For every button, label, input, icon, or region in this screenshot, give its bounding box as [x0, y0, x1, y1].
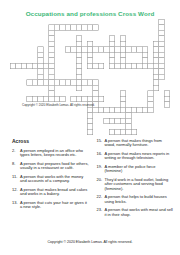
- clues-column-right: 15.A person that makes things from wood,…: [97, 138, 174, 221]
- clue-item: 13.A person that cuts your hair or gives…: [12, 200, 89, 209]
- clue-item: 19.A member of the police force (feminin…: [97, 164, 174, 173]
- clues-list-right: 15.A person that makes things from wood,…: [97, 138, 174, 217]
- clue-item: 23.A person that works with meat and sel…: [97, 208, 174, 217]
- grid-copyright-text: Copyright © 2020 Elizabeth Lomas. All ri…: [22, 104, 95, 107]
- grid-cell[interactable]: [60, 96, 66, 102]
- clue-number: 2.: [12, 148, 20, 157]
- clue-item: 11.A person that works with the money an…: [12, 174, 89, 183]
- clue-text: A person that helps to build houses usin…: [105, 195, 174, 204]
- clue-item: 22.A person that helps to build houses u…: [97, 195, 174, 204]
- clue-text: A person that prepares food for others, …: [20, 161, 89, 170]
- clue-number: 13.: [12, 200, 20, 209]
- clue-number: 12.: [12, 187, 20, 196]
- clue-item: 12.A person that makes bread and cakes a…: [12, 187, 89, 196]
- grid-cell[interactable]: [159, 74, 165, 80]
- grid-cell[interactable]: [98, 63, 104, 69]
- clue-item: 20.They'd work in a food outlet, looking…: [97, 177, 174, 191]
- clue-item: 2.A person employed in an office who typ…: [12, 148, 89, 157]
- clue-number: 15.: [97, 138, 105, 147]
- grid-cell[interactable]: [153, 85, 159, 91]
- clue-number: 23.: [97, 208, 105, 217]
- clue-number: 11.: [12, 174, 20, 183]
- page-title: Occupations and professions Cross Word: [0, 11, 180, 18]
- clue-number: 8.: [12, 161, 20, 170]
- clue-text: They'd work in a food outlet, looking af…: [105, 177, 174, 191]
- grid-cell[interactable]: [76, 85, 82, 91]
- clue-number: 20.: [97, 177, 105, 191]
- clue-number: 22.: [97, 195, 105, 204]
- worksheet-page: Occupations and professions Cross Word C…: [0, 0, 180, 255]
- clue-text: A person that works with meat and sell i…: [105, 208, 174, 217]
- crossword-grid: [10, 19, 171, 136]
- clue-item: 15.A person that makes things from wood,…: [97, 138, 174, 147]
- clues-column-left: Across 2.A person employed in an office …: [12, 138, 89, 221]
- grid-cell[interactable]: [131, 129, 137, 135]
- clue-text: A person that makes bread and cakes and …: [20, 187, 89, 196]
- grid-cell[interactable]: [98, 96, 104, 102]
- clue-number: 19.: [97, 164, 105, 173]
- footer-copyright: Copyright © 2020 Elizabeth Lomas. All ri…: [0, 240, 180, 244]
- clues-section: Across 2.A person employed in an office …: [12, 138, 173, 221]
- clue-text: A person that cuts your hair or gives it…: [20, 200, 89, 209]
- clue-text: A person that works with the money and a…: [20, 174, 89, 183]
- grid-cell[interactable]: [164, 102, 170, 108]
- clue-number: 16.: [97, 151, 105, 160]
- clue-item: 16.A person that makes news reports in w…: [97, 151, 174, 160]
- clue-item: 8.A person that prepares food for others…: [12, 161, 89, 170]
- clues-list-left: 2.A person employed in an office who typ…: [12, 148, 89, 209]
- clue-text: A person that makes news reports in writ…: [105, 151, 174, 160]
- clue-text: A person that makes things from wood, no…: [105, 138, 174, 147]
- clue-text: A member of the police force (feminine): [105, 164, 174, 173]
- grid-cell[interactable]: [87, 129, 93, 135]
- across-heading: Across: [12, 138, 89, 144]
- clue-text: A person employed in an office who types…: [20, 148, 89, 157]
- grid-cell[interactable]: [93, 25, 99, 31]
- grid-cell[interactable]: [148, 107, 154, 113]
